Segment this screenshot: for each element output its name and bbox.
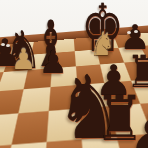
- rim-reflection-dot: [6, 44, 10, 47]
- rim-reflection-dot: [127, 31, 131, 34]
- chessboard-photo: ♟♞♝♚♟♞♜♟♟♟♞♜♟: [0, 0, 148, 148]
- rim-reflection-dot: [1, 43, 5, 46]
- rim-reflection-dot: [134, 30, 138, 33]
- white-pawn: ♟: [11, 46, 36, 74]
- square: [12, 111, 49, 145]
- black-pawn: ♟: [128, 104, 148, 148]
- square: [18, 87, 50, 113]
